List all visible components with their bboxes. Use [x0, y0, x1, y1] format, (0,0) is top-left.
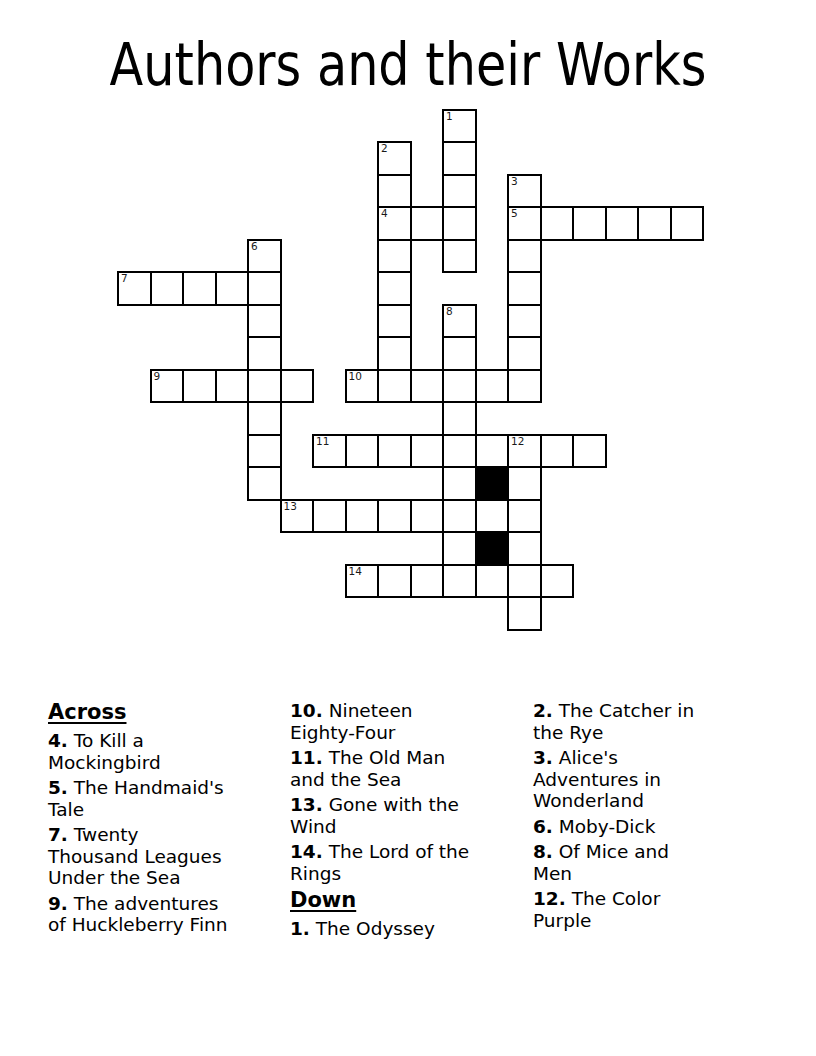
clue-column-1: Across4. To Kill aMockingbird5. The Hand… — [48, 700, 227, 940]
grid-cell[interactable] — [312, 499, 347, 534]
clue-9: 9. The adventuresof Huckleberry Finn — [48, 893, 227, 936]
grid-cell[interactable] — [377, 304, 412, 339]
grid-cell[interactable] — [345, 434, 380, 469]
grid-cell[interactable] — [442, 206, 477, 241]
grid-cell[interactable]: 1 — [442, 109, 477, 144]
grid-cell[interactable] — [280, 369, 315, 404]
grid-cell[interactable] — [247, 304, 282, 339]
clue-column-3: 2. The Catcher inthe Rye3. Alice'sAdvent… — [533, 700, 694, 935]
grid-cell[interactable] — [605, 206, 640, 241]
grid-cell[interactable] — [475, 564, 510, 599]
grid-cell[interactable]: 6 — [247, 239, 282, 274]
grid-cell[interactable] — [247, 401, 282, 436]
clue-6: 6. Moby-Dick — [533, 816, 694, 838]
grid-cell[interactable] — [247, 369, 282, 404]
cell-number: 5 — [511, 208, 518, 219]
grid-cell[interactable] — [442, 531, 477, 566]
grid-cell[interactable] — [475, 499, 510, 534]
cell-number: 7 — [121, 273, 128, 284]
clue-number: 7. — [48, 824, 68, 845]
puzzle-title: Authors and their Works — [61, 36, 755, 94]
grid-cell[interactable] — [410, 434, 445, 469]
cell-number: 3 — [511, 176, 518, 187]
grid-cell[interactable] — [377, 174, 412, 209]
grid-cell[interactable] — [507, 531, 542, 566]
grid-cell[interactable] — [345, 499, 380, 534]
grid-cell[interactable] — [507, 369, 542, 404]
grid-cell[interactable] — [215, 271, 250, 306]
clue-number: 6. — [533, 816, 553, 837]
grid-cell[interactable] — [377, 434, 412, 469]
cell-number: 1 — [446, 111, 453, 122]
grid-cell[interactable] — [442, 401, 477, 436]
grid-cell[interactable] — [410, 499, 445, 534]
grid-cell[interactable] — [377, 271, 412, 306]
grid-cell[interactable] — [247, 271, 282, 306]
grid-cell[interactable] — [410, 369, 445, 404]
grid-cell[interactable]: 9 — [150, 369, 185, 404]
clue-7: 7. TwentyThousand LeaguesUnder the Sea — [48, 824, 227, 889]
grid-cell[interactable]: 3 — [507, 174, 542, 209]
clue-number: 9. — [48, 893, 68, 914]
clue-number: 11. — [290, 747, 323, 768]
grid-cell[interactable] — [475, 369, 510, 404]
grid-cell[interactable] — [377, 564, 412, 599]
grid-cell[interactable]: 14 — [345, 564, 380, 599]
black-cell — [475, 531, 510, 566]
grid-cell[interactable]: 5 — [507, 206, 542, 241]
cell-number: 14 — [349, 566, 362, 577]
clue-5: 5. The Handmaid'sTale — [48, 777, 227, 820]
grid-cell[interactable] — [507, 336, 542, 371]
grid-cell[interactable] — [507, 596, 542, 631]
cell-number: 6 — [251, 241, 258, 252]
cell-number: 11 — [316, 436, 329, 447]
grid-cell[interactable] — [215, 369, 250, 404]
cell-number: 2 — [381, 143, 388, 154]
grid-cell[interactable] — [442, 564, 477, 599]
clue-column-2: 10. NineteenEighty-Four11. The Old Manan… — [290, 700, 469, 944]
grid-cell[interactable]: 11 — [312, 434, 347, 469]
grid-cell[interactable] — [182, 271, 217, 306]
grid-cell[interactable] — [540, 206, 575, 241]
grid-cell[interactable] — [182, 369, 217, 404]
clue-8: 8. Of Mice andMen — [533, 841, 694, 884]
clue-number: 3. — [533, 747, 553, 768]
clue-number: 10. — [290, 700, 323, 721]
grid-cell[interactable] — [507, 271, 542, 306]
cell-number: 10 — [349, 371, 362, 382]
grid-cell[interactable] — [572, 206, 607, 241]
grid-cell[interactable] — [247, 434, 282, 469]
clue-number: 13. — [290, 794, 323, 815]
clue-3: 3. Alice'sAdventures inWonderland — [533, 747, 694, 812]
clue-4: 4. To Kill aMockingbird — [48, 730, 227, 773]
cell-number: 8 — [446, 306, 453, 317]
grid-cell[interactable] — [410, 564, 445, 599]
clue-14: 14. The Lord of theRings — [290, 841, 469, 884]
grid-cell[interactable] — [507, 466, 542, 501]
cell-number: 9 — [154, 371, 161, 382]
grid-cell[interactable] — [507, 499, 542, 534]
grid-cell[interactable] — [247, 336, 282, 371]
grid-cell[interactable] — [507, 304, 542, 339]
grid-cell[interactable] — [442, 239, 477, 274]
clue-number: 4. — [48, 730, 68, 751]
across-header: Across — [48, 700, 227, 724]
cell-number: 12 — [511, 436, 524, 447]
clue-number: 1. — [290, 918, 310, 939]
clue-number: 12. — [533, 888, 566, 909]
grid-cell[interactable] — [475, 434, 510, 469]
clue-11: 11. The Old Manand the Sea — [290, 747, 469, 790]
grid-cell[interactable] — [377, 239, 412, 274]
grid-cell[interactable] — [442, 466, 477, 501]
clue-12: 12. The ColorPurple — [533, 888, 694, 931]
grid-cell[interactable] — [507, 239, 542, 274]
grid-cell[interactable] — [442, 336, 477, 371]
clue-number: 2. — [533, 700, 553, 721]
grid-cell[interactable] — [442, 369, 477, 404]
grid-cell[interactable] — [670, 206, 705, 241]
grid-cell[interactable] — [442, 499, 477, 534]
cell-number: 13 — [284, 501, 297, 512]
grid-cell[interactable]: 2 — [377, 141, 412, 176]
grid-cell[interactable] — [377, 369, 412, 404]
grid-cell[interactable] — [540, 434, 575, 469]
grid-cell[interactable] — [247, 466, 282, 501]
crossword-grid: 1234567891011121314 — [117, 109, 705, 631]
grid-cell[interactable] — [507, 564, 542, 599]
grid-cell[interactable] — [572, 434, 607, 469]
clue-number: 5. — [48, 777, 68, 798]
grid-cell[interactable] — [637, 206, 672, 241]
clue-13: 13. Gone with theWind — [290, 794, 469, 837]
grid-cell[interactable]: 4 — [377, 206, 412, 241]
grid-cell[interactable]: 8 — [442, 304, 477, 339]
grid-cell[interactable] — [442, 141, 477, 176]
black-cell — [475, 466, 510, 501]
grid-cell[interactable] — [377, 499, 412, 534]
grid-cell[interactable] — [410, 206, 445, 241]
down-header: Down — [290, 888, 469, 912]
clue-number: 14. — [290, 841, 323, 862]
clue-number: 8. — [533, 841, 553, 862]
cell-number: 4 — [381, 208, 388, 219]
grid-cell[interactable]: 13 — [280, 499, 315, 534]
page: Authors and their Works 1234567891011121… — [0, 0, 816, 1056]
grid-cell[interactable] — [442, 174, 477, 209]
grid-cell[interactable] — [150, 271, 185, 306]
grid-cell[interactable] — [540, 564, 575, 599]
grid-cell[interactable]: 10 — [345, 369, 380, 404]
clue-1: 1. The Odyssey — [290, 918, 469, 940]
grid-cell[interactable]: 7 — [117, 271, 152, 306]
grid-cell[interactable]: 12 — [507, 434, 542, 469]
grid-cell[interactable] — [442, 434, 477, 469]
clue-10: 10. NineteenEighty-Four — [290, 700, 469, 743]
clue-2: 2. The Catcher inthe Rye — [533, 700, 694, 743]
grid-cell[interactable] — [377, 336, 412, 371]
